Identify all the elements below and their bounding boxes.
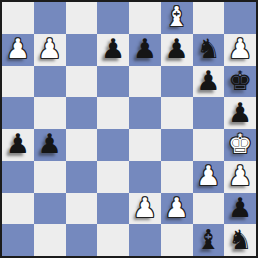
square-a8[interactable] <box>2 2 34 34</box>
square-e6[interactable] <box>129 66 161 98</box>
square-d7[interactable]: ♟ <box>97 34 129 66</box>
white-king[interactable]: ♚ <box>228 130 252 157</box>
square-a3[interactable] <box>2 161 34 193</box>
square-h5[interactable]: ♟ <box>224 97 256 129</box>
square-a6[interactable] <box>2 66 34 98</box>
square-e7[interactable]: ♟ <box>129 34 161 66</box>
square-h2[interactable]: ♟ <box>224 193 256 225</box>
square-f4[interactable] <box>161 129 193 161</box>
square-g4[interactable] <box>193 129 225 161</box>
square-g6[interactable]: ♟ <box>193 66 225 98</box>
square-c4[interactable] <box>66 129 98 161</box>
square-b3[interactable] <box>34 161 66 193</box>
black-pawn[interactable]: ♟ <box>133 35 157 62</box>
square-e4[interactable] <box>129 129 161 161</box>
square-h3[interactable]: ♟ <box>224 161 256 193</box>
square-b1[interactable] <box>34 224 66 256</box>
square-g7[interactable]: ♞ <box>193 34 225 66</box>
square-e3[interactable] <box>129 161 161 193</box>
chess-board: ♝♟♟♟♟♟♞♟♟♚♟♟♟♚♟♟♟♟♟♝♞ <box>2 2 256 256</box>
square-g3[interactable]: ♟ <box>193 161 225 193</box>
square-h1[interactable]: ♞ <box>224 224 256 256</box>
square-e1[interactable] <box>129 224 161 256</box>
white-pawn[interactable]: ♟ <box>165 194 189 221</box>
square-h8[interactable] <box>224 2 256 34</box>
square-a1[interactable] <box>2 224 34 256</box>
square-c6[interactable] <box>66 66 98 98</box>
chess-board-frame: ♝♟♟♟♟♟♞♟♟♚♟♟♟♚♟♟♟♟♟♝♞ <box>0 0 258 258</box>
square-c3[interactable] <box>66 161 98 193</box>
square-d2[interactable] <box>97 193 129 225</box>
white-pawn[interactable]: ♟ <box>196 162 220 189</box>
square-d1[interactable] <box>97 224 129 256</box>
square-b8[interactable] <box>34 2 66 34</box>
square-e2[interactable]: ♟ <box>129 193 161 225</box>
square-c7[interactable] <box>66 34 98 66</box>
square-c1[interactable] <box>66 224 98 256</box>
square-h6[interactable]: ♚ <box>224 66 256 98</box>
square-a7[interactable]: ♟ <box>2 34 34 66</box>
square-b2[interactable] <box>34 193 66 225</box>
square-c8[interactable] <box>66 2 98 34</box>
black-king[interactable]: ♚ <box>228 67 252 94</box>
square-a4[interactable]: ♟ <box>2 129 34 161</box>
black-bishop[interactable]: ♝ <box>196 226 220 253</box>
square-f1[interactable] <box>161 224 193 256</box>
square-f8[interactable]: ♝ <box>161 2 193 34</box>
square-g1[interactable]: ♝ <box>193 224 225 256</box>
square-g8[interactable] <box>193 2 225 34</box>
white-pawn[interactable]: ♟ <box>133 194 157 221</box>
square-a2[interactable] <box>2 193 34 225</box>
square-h7[interactable]: ♟ <box>224 34 256 66</box>
black-pawn[interactable]: ♟ <box>228 194 252 221</box>
white-pawn[interactable]: ♟ <box>38 35 62 62</box>
square-b6[interactable] <box>34 66 66 98</box>
square-b7[interactable]: ♟ <box>34 34 66 66</box>
square-d8[interactable] <box>97 2 129 34</box>
square-b4[interactable]: ♟ <box>34 129 66 161</box>
black-knight[interactable]: ♞ <box>196 35 220 62</box>
black-pawn[interactable]: ♟ <box>101 35 125 62</box>
black-pawn[interactable]: ♟ <box>6 130 30 157</box>
square-f5[interactable] <box>161 97 193 129</box>
square-a5[interactable] <box>2 97 34 129</box>
black-knight[interactable]: ♞ <box>228 226 252 253</box>
square-f6[interactable] <box>161 66 193 98</box>
square-d5[interactable] <box>97 97 129 129</box>
square-b5[interactable] <box>34 97 66 129</box>
white-bishop[interactable]: ♝ <box>165 3 189 30</box>
square-d6[interactable] <box>97 66 129 98</box>
square-e8[interactable] <box>129 2 161 34</box>
square-h4[interactable]: ♚ <box>224 129 256 161</box>
black-pawn[interactable]: ♟ <box>165 35 189 62</box>
square-c2[interactable] <box>66 193 98 225</box>
white-pawn[interactable]: ♟ <box>228 35 252 62</box>
square-d4[interactable] <box>97 129 129 161</box>
black-pawn[interactable]: ♟ <box>228 99 252 126</box>
white-pawn[interactable]: ♟ <box>6 35 30 62</box>
white-pawn[interactable]: ♟ <box>228 162 252 189</box>
square-e5[interactable] <box>129 97 161 129</box>
square-g5[interactable] <box>193 97 225 129</box>
square-f3[interactable] <box>161 161 193 193</box>
square-f7[interactable]: ♟ <box>161 34 193 66</box>
black-pawn[interactable]: ♟ <box>38 130 62 157</box>
square-c5[interactable] <box>66 97 98 129</box>
black-pawn[interactable]: ♟ <box>196 67 220 94</box>
square-g2[interactable] <box>193 193 225 225</box>
square-f2[interactable]: ♟ <box>161 193 193 225</box>
square-d3[interactable] <box>97 161 129 193</box>
